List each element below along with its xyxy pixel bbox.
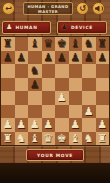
human-player-button[interactable]: ♟ HUMAN bbox=[2, 21, 51, 34]
black-rook: ♜ bbox=[96, 37, 110, 51]
square-c2[interactable]: ♟ bbox=[28, 118, 42, 132]
square-e3[interactable] bbox=[55, 105, 69, 119]
square-f3[interactable] bbox=[69, 105, 83, 119]
square-c8[interactable]: ♝ bbox=[28, 37, 42, 51]
white-pawn: ♟ bbox=[28, 118, 42, 132]
square-d3[interactable] bbox=[42, 105, 56, 119]
black-king: ♚ bbox=[55, 37, 69, 51]
square-g6[interactable] bbox=[82, 64, 96, 78]
white-rook: ♜ bbox=[96, 132, 110, 146]
black-pawn: ♟ bbox=[69, 51, 83, 65]
square-g8[interactable]: ♞ bbox=[82, 37, 96, 51]
black-queen: ♛ bbox=[42, 37, 56, 51]
square-c5[interactable]: ♟ bbox=[28, 78, 42, 92]
white-bishop: ♝ bbox=[69, 132, 83, 146]
white-knight: ♞ bbox=[15, 132, 29, 146]
square-b2[interactable]: ♟ bbox=[15, 118, 29, 132]
bottom-strip bbox=[0, 163, 110, 183]
square-d2[interactable]: ♟ bbox=[42, 118, 56, 132]
black-bishop: ♝ bbox=[28, 37, 42, 51]
black-bishop: ♝ bbox=[69, 37, 83, 51]
square-b8[interactable] bbox=[15, 37, 29, 51]
square-d5[interactable] bbox=[42, 78, 56, 92]
square-a7[interactable]: ♟ bbox=[1, 51, 15, 65]
back-button[interactable]: ↩ bbox=[2, 2, 15, 15]
square-b7[interactable]: ♟ bbox=[15, 51, 29, 65]
undo-icon: ↺ bbox=[79, 3, 86, 14]
square-a8[interactable]: ♜ bbox=[1, 37, 15, 51]
square-g5[interactable] bbox=[82, 78, 96, 92]
device-player-button[interactable]: ♟ DEVICE bbox=[57, 21, 107, 34]
white-pawn: ♟ bbox=[15, 118, 29, 132]
white-pawn: ♟ bbox=[1, 118, 15, 132]
square-d8[interactable]: ♛ bbox=[42, 37, 56, 51]
square-d7[interactable]: ♟ bbox=[42, 51, 56, 65]
square-g3[interactable]: ♟ bbox=[82, 105, 96, 119]
white-bishop: ♝ bbox=[28, 132, 42, 146]
black-pawn: ♟ bbox=[42, 51, 56, 65]
square-f4[interactable] bbox=[69, 91, 83, 105]
black-pawn: ♟ bbox=[15, 51, 29, 65]
square-g2[interactable] bbox=[82, 118, 96, 132]
square-c4[interactable] bbox=[28, 91, 42, 105]
square-h1[interactable]: ♜ bbox=[96, 132, 110, 146]
square-h5[interactable] bbox=[96, 78, 110, 92]
square-a2[interactable]: ♟ bbox=[1, 118, 15, 132]
speaker-icon bbox=[95, 5, 103, 13]
white-pawn: ♟ bbox=[42, 118, 56, 132]
sound-button[interactable] bbox=[92, 2, 105, 15]
square-h4[interactable] bbox=[96, 91, 110, 105]
square-f2[interactable]: ♟ bbox=[69, 118, 83, 132]
square-f7[interactable]: ♟ bbox=[69, 51, 83, 65]
square-h8[interactable]: ♜ bbox=[96, 37, 110, 51]
square-f1[interactable]: ♝ bbox=[69, 132, 83, 146]
square-h2[interactable]: ♟ bbox=[96, 118, 110, 132]
square-g1[interactable]: ♞ bbox=[82, 132, 96, 146]
square-e5[interactable] bbox=[55, 78, 69, 92]
your-move-label: YOUR MOVE bbox=[37, 153, 73, 158]
black-pawn: ♟ bbox=[55, 51, 69, 65]
square-h6[interactable] bbox=[96, 64, 110, 78]
square-a4[interactable] bbox=[1, 91, 15, 105]
human-player-label: HUMAN bbox=[15, 25, 37, 30]
square-c7[interactable] bbox=[28, 51, 42, 65]
black-pawn: ♟ bbox=[1, 51, 15, 65]
back-icon: ↩ bbox=[5, 3, 12, 14]
white-knight: ♞ bbox=[82, 132, 96, 146]
white-piece-icon: ♟ bbox=[6, 22, 13, 33]
square-b6[interactable] bbox=[15, 64, 29, 78]
square-c3[interactable] bbox=[28, 105, 42, 119]
square-d6[interactable] bbox=[42, 64, 56, 78]
square-a5[interactable] bbox=[1, 78, 15, 92]
square-c1[interactable]: ♝ bbox=[28, 132, 42, 146]
black-pawn: ♟ bbox=[96, 51, 110, 65]
black-rook: ♜ bbox=[1, 37, 15, 51]
game-mode-title: HUMAN - GRAND MASTER bbox=[23, 2, 73, 15]
square-b4[interactable] bbox=[15, 91, 29, 105]
white-pawn: ♟ bbox=[55, 91, 69, 105]
square-a3[interactable] bbox=[1, 105, 15, 119]
square-a6[interactable] bbox=[1, 64, 15, 78]
white-queen: ♛ bbox=[42, 132, 56, 146]
square-e7[interactable]: ♟ bbox=[55, 51, 69, 65]
square-f8[interactable]: ♝ bbox=[69, 37, 83, 51]
black-knight: ♞ bbox=[82, 37, 96, 51]
square-e6[interactable] bbox=[55, 64, 69, 78]
square-h3[interactable] bbox=[96, 105, 110, 119]
app-screen: ↩ HUMAN - GRAND MASTER ↺ ♟ HUMAN ♟ DEVIC… bbox=[0, 0, 110, 183]
white-king: ♚ bbox=[55, 132, 69, 146]
square-e2[interactable] bbox=[55, 118, 69, 132]
square-e4[interactable]: ♟ bbox=[55, 91, 69, 105]
square-b3[interactable] bbox=[15, 105, 29, 119]
black-pawn: ♟ bbox=[82, 51, 96, 65]
white-pawn: ♟ bbox=[82, 105, 96, 119]
square-h7[interactable]: ♟ bbox=[96, 51, 110, 65]
black-knight: ♞ bbox=[28, 64, 42, 78]
square-e1[interactable]: ♚ bbox=[55, 132, 69, 146]
square-d1[interactable]: ♛ bbox=[42, 132, 56, 146]
square-g4[interactable] bbox=[82, 91, 96, 105]
square-a1[interactable]: ♜ bbox=[1, 132, 15, 146]
undo-button[interactable]: ↺ bbox=[76, 2, 89, 15]
your-move-button[interactable]: YOUR MOVE bbox=[26, 149, 84, 161]
chess-board: ♜♝♛♚♝♞♜♟♟♟♟♟♟♟♞♟♟♟♟♟♟♟♟♟♜♞♝♛♚♝♞♜ bbox=[0, 36, 110, 146]
black-piece-icon: ♟ bbox=[61, 22, 68, 33]
square-e8[interactable]: ♚ bbox=[55, 37, 69, 51]
square-b1[interactable]: ♞ bbox=[15, 132, 29, 146]
square-b5[interactable] bbox=[15, 78, 29, 92]
white-pawn: ♟ bbox=[96, 118, 110, 132]
square-d4[interactable] bbox=[42, 91, 56, 105]
game-mode-title-text: HUMAN - GRAND MASTER bbox=[25, 4, 71, 14]
white-rook: ♜ bbox=[1, 132, 15, 146]
device-player-label: DEVICE bbox=[71, 25, 93, 30]
black-pawn: ♟ bbox=[28, 78, 42, 92]
square-c6[interactable]: ♞ bbox=[28, 64, 42, 78]
square-g7[interactable]: ♟ bbox=[82, 51, 96, 65]
square-f6[interactable] bbox=[69, 64, 83, 78]
square-f5[interactable] bbox=[69, 78, 83, 92]
white-pawn: ♟ bbox=[69, 118, 83, 132]
speaker-wave bbox=[99, 6, 103, 11]
